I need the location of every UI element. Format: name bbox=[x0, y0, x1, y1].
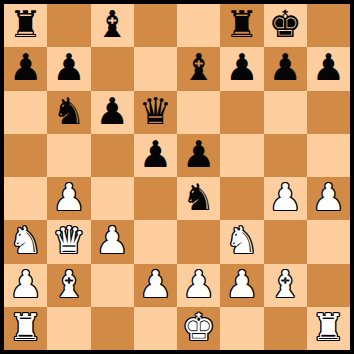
square-c4[interactable] bbox=[91, 177, 134, 220]
piece-white-pawn[interactable]: ♟ bbox=[9, 264, 42, 307]
square-e4[interactable]: ♞ bbox=[177, 177, 220, 220]
piece-black-pawn[interactable]: ♟ bbox=[182, 134, 215, 177]
square-g2[interactable]: ♝ bbox=[264, 264, 307, 307]
piece-black-pawn[interactable]: ♟ bbox=[312, 47, 345, 90]
piece-black-knight[interactable]: ♞ bbox=[182, 177, 215, 220]
piece-black-queen[interactable]: ♛ bbox=[139, 91, 172, 134]
piece-white-knight[interactable]: ♞ bbox=[9, 220, 42, 263]
square-c7[interactable] bbox=[91, 47, 134, 90]
piece-white-rook[interactable]: ♜ bbox=[312, 307, 345, 350]
square-b5[interactable] bbox=[47, 134, 90, 177]
square-d8[interactable] bbox=[134, 4, 177, 47]
square-d6[interactable]: ♛ bbox=[134, 91, 177, 134]
square-d3[interactable] bbox=[134, 220, 177, 263]
piece-black-pawn[interactable]: ♟ bbox=[225, 47, 258, 90]
piece-black-king[interactable]: ♚ bbox=[269, 4, 302, 47]
square-h6[interactable] bbox=[307, 91, 350, 134]
piece-white-pawn[interactable]: ♟ bbox=[139, 264, 172, 307]
square-g6[interactable] bbox=[264, 91, 307, 134]
square-e5[interactable]: ♟ bbox=[177, 134, 220, 177]
piece-white-pawn[interactable]: ♟ bbox=[182, 264, 215, 307]
square-e8[interactable] bbox=[177, 4, 220, 47]
square-b3[interactable]: ♛ bbox=[47, 220, 90, 263]
square-c6[interactable]: ♟ bbox=[91, 91, 134, 134]
square-f2[interactable]: ♟ bbox=[220, 264, 263, 307]
square-e6[interactable] bbox=[177, 91, 220, 134]
chess-board-frame: ♜♝♜♚♟♟♝♟♟♟♞♟♛♟♟♟♞♟♟♞♛♟♞♟♝♟♟♟♝♜♚♜ bbox=[0, 0, 354, 354]
square-c2[interactable] bbox=[91, 264, 134, 307]
piece-black-pawn[interactable]: ♟ bbox=[52, 47, 85, 90]
square-a3[interactable]: ♞ bbox=[4, 220, 47, 263]
piece-white-pawn[interactable]: ♟ bbox=[312, 177, 345, 220]
chess-board: ♜♝♜♚♟♟♝♟♟♟♞♟♛♟♟♟♞♟♟♞♛♟♞♟♝♟♟♟♝♜♚♜ bbox=[4, 4, 350, 350]
piece-white-king[interactable]: ♚ bbox=[182, 307, 215, 350]
piece-black-pawn[interactable]: ♟ bbox=[269, 47, 302, 90]
piece-black-knight[interactable]: ♞ bbox=[52, 91, 85, 134]
piece-white-knight[interactable]: ♞ bbox=[225, 220, 258, 263]
square-g8[interactable]: ♚ bbox=[264, 4, 307, 47]
piece-white-rook[interactable]: ♜ bbox=[9, 307, 42, 350]
square-b2[interactable]: ♝ bbox=[47, 264, 90, 307]
square-d2[interactable]: ♟ bbox=[134, 264, 177, 307]
square-d5[interactable]: ♟ bbox=[134, 134, 177, 177]
square-h4[interactable]: ♟ bbox=[307, 177, 350, 220]
square-e7[interactable]: ♝ bbox=[177, 47, 220, 90]
square-a7[interactable]: ♟ bbox=[4, 47, 47, 90]
square-d4[interactable] bbox=[134, 177, 177, 220]
square-g4[interactable]: ♟ bbox=[264, 177, 307, 220]
piece-black-bishop[interactable]: ♝ bbox=[96, 4, 129, 47]
square-d1[interactable] bbox=[134, 307, 177, 350]
square-f4[interactable] bbox=[220, 177, 263, 220]
piece-white-pawn[interactable]: ♟ bbox=[52, 177, 85, 220]
square-c8[interactable]: ♝ bbox=[91, 4, 134, 47]
square-a8[interactable]: ♜ bbox=[4, 4, 47, 47]
square-a4[interactable] bbox=[4, 177, 47, 220]
square-e2[interactable]: ♟ bbox=[177, 264, 220, 307]
square-f8[interactable]: ♜ bbox=[220, 4, 263, 47]
square-c1[interactable] bbox=[91, 307, 134, 350]
square-h1[interactable]: ♜ bbox=[307, 307, 350, 350]
piece-white-pawn[interactable]: ♟ bbox=[269, 177, 302, 220]
square-f7[interactable]: ♟ bbox=[220, 47, 263, 90]
square-c5[interactable] bbox=[91, 134, 134, 177]
square-h7[interactable]: ♟ bbox=[307, 47, 350, 90]
piece-black-pawn[interactable]: ♟ bbox=[96, 91, 129, 134]
square-g3[interactable] bbox=[264, 220, 307, 263]
square-a2[interactable]: ♟ bbox=[4, 264, 47, 307]
square-g7[interactable]: ♟ bbox=[264, 47, 307, 90]
square-d7[interactable] bbox=[134, 47, 177, 90]
square-a6[interactable] bbox=[4, 91, 47, 134]
square-e1[interactable]: ♚ bbox=[177, 307, 220, 350]
square-b8[interactable] bbox=[47, 4, 90, 47]
square-f5[interactable] bbox=[220, 134, 263, 177]
square-b1[interactable] bbox=[47, 307, 90, 350]
square-g1[interactable] bbox=[264, 307, 307, 350]
square-h8[interactable] bbox=[307, 4, 350, 47]
square-f3[interactable]: ♞ bbox=[220, 220, 263, 263]
piece-white-pawn[interactable]: ♟ bbox=[96, 220, 129, 263]
piece-white-bishop[interactable]: ♝ bbox=[52, 264, 85, 307]
square-h2[interactable] bbox=[307, 264, 350, 307]
square-c3[interactable]: ♟ bbox=[91, 220, 134, 263]
square-g5[interactable] bbox=[264, 134, 307, 177]
square-a1[interactable]: ♜ bbox=[4, 307, 47, 350]
square-h3[interactable] bbox=[307, 220, 350, 263]
piece-white-queen[interactable]: ♛ bbox=[52, 220, 85, 263]
piece-white-bishop[interactable]: ♝ bbox=[269, 264, 302, 307]
piece-black-pawn[interactable]: ♟ bbox=[9, 47, 42, 90]
square-b7[interactable]: ♟ bbox=[47, 47, 90, 90]
piece-black-rook[interactable]: ♜ bbox=[225, 4, 258, 47]
piece-black-rook[interactable]: ♜ bbox=[9, 4, 42, 47]
square-f6[interactable] bbox=[220, 91, 263, 134]
square-a5[interactable] bbox=[4, 134, 47, 177]
square-f1[interactable] bbox=[220, 307, 263, 350]
square-b4[interactable]: ♟ bbox=[47, 177, 90, 220]
piece-black-pawn[interactable]: ♟ bbox=[139, 134, 172, 177]
square-h5[interactable] bbox=[307, 134, 350, 177]
square-e3[interactable] bbox=[177, 220, 220, 263]
square-b6[interactable]: ♞ bbox=[47, 91, 90, 134]
piece-black-bishop[interactable]: ♝ bbox=[182, 47, 215, 90]
piece-white-pawn[interactable]: ♟ bbox=[225, 264, 258, 307]
